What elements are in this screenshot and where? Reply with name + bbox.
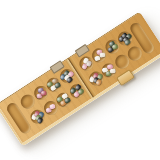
- stone: [49, 104, 56, 110]
- stone: [109, 68, 115, 74]
- stone: [64, 97, 71, 104]
- stone: [112, 44, 119, 51]
- stone: [95, 79, 102, 86]
- mancala-board: [0, 11, 160, 147]
- clasp-latch[interactable]: [116, 69, 135, 86]
- stone: [54, 82, 61, 89]
- photo-background: [0, 0, 160, 160]
- stone: [41, 90, 48, 96]
- stone: [99, 53, 105, 59]
